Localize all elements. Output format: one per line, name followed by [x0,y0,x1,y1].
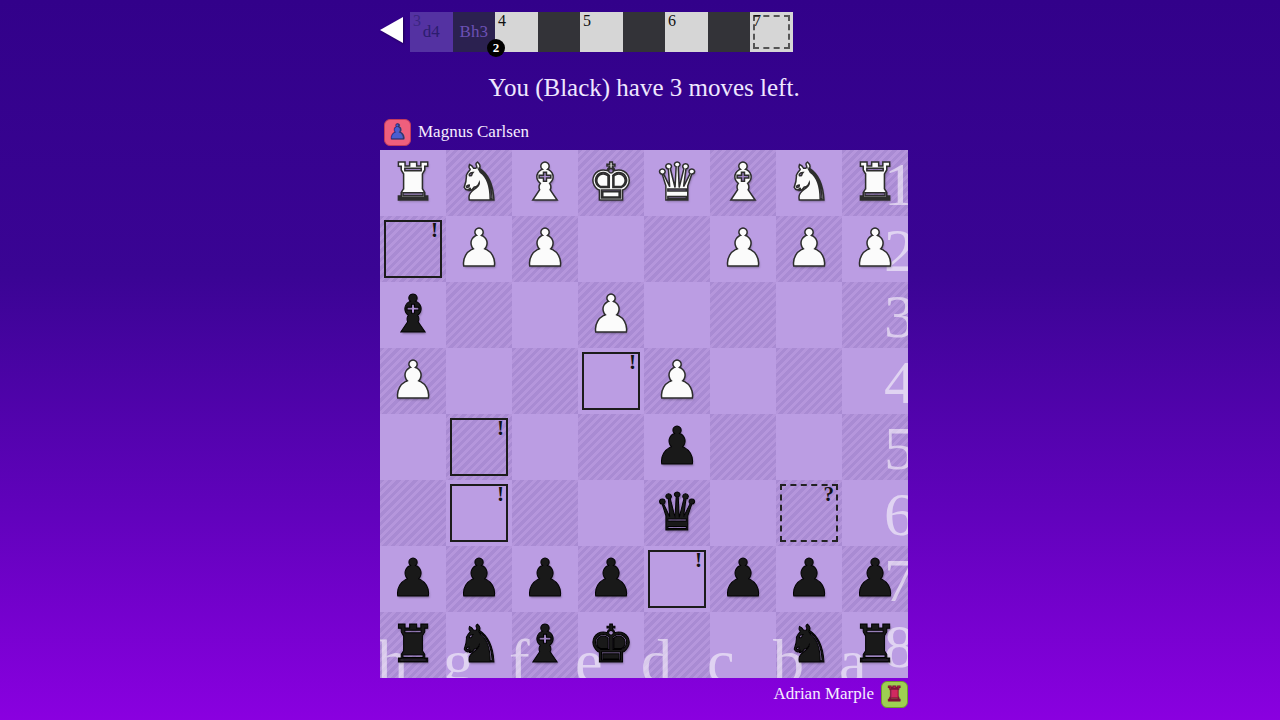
square-b4[interactable] [776,348,842,414]
square-h1[interactable]: ♜ [380,150,446,216]
square-g7[interactable]: ♟ [446,546,512,612]
square-c8[interactable] [710,612,776,678]
square-e6[interactable] [578,480,644,546]
white-knight-icon[interactable]: ♞ [446,150,512,216]
black-pawn-icon[interactable]: ♟ [644,414,710,480]
white-queen-icon[interactable]: ♛ [644,150,710,216]
move-cell-9[interactable]: 7 [750,12,793,52]
black-pawn-icon[interactable]: ♟ [776,546,842,612]
square-f7[interactable]: ♟ [512,546,578,612]
square-a1[interactable]: ♜ [842,150,908,216]
square-a4[interactable] [842,348,908,414]
square-b1[interactable]: ♞ [776,150,842,216]
move-cell-1[interactable]: 3d4 [410,12,453,52]
square-b8[interactable]: ♞ [776,612,842,678]
square-a2[interactable]: ♟ [842,216,908,282]
square-d3[interactable] [644,282,710,348]
square-g4[interactable] [446,348,512,414]
square-h6[interactable] [380,480,446,546]
square-h8[interactable]: ♜ [380,612,446,678]
white-pawn-icon[interactable]: ♟ [578,282,644,348]
square-h4[interactable]: ♟ [380,348,446,414]
black-pawn-icon[interactable]: ♟ [380,546,446,612]
black-pawn-icon[interactable]: ♟ [512,546,578,612]
square-e1[interactable]: ♚ [578,150,644,216]
square-h2[interactable] [380,216,446,282]
white-king-icon[interactable]: ♚ [578,150,644,216]
move-cell-4[interactable] [538,12,581,52]
square-e8[interactable]: ♚ [578,612,644,678]
black-rook-icon[interactable]: ♜ [842,612,908,678]
move-count-badge: 2 [487,39,505,57]
square-f3[interactable] [512,282,578,348]
square-f8[interactable]: ♝ [512,612,578,678]
red-rook-icon: ♜ [885,684,904,705]
black-king-icon[interactable]: ♚ [578,612,644,678]
move-number: 6 [668,12,676,29]
square-e3[interactable]: ♟ [578,282,644,348]
square-a3[interactable] [842,282,908,348]
square-d1[interactable]: ♛ [644,150,710,216]
square-f1[interactable]: ♝ [512,150,578,216]
white-bishop-icon[interactable]: ♝ [710,150,776,216]
square-f4[interactable] [512,348,578,414]
square-c1[interactable]: ♝ [710,150,776,216]
square-h3[interactable]: ♝ [380,282,446,348]
black-bishop-icon[interactable]: ♝ [380,282,446,348]
square-g2[interactable]: ♟ [446,216,512,282]
square-d4[interactable]: ♟ [644,348,710,414]
square-d5[interactable]: ♟ [644,414,710,480]
square-h7[interactable]: ♟ [380,546,446,612]
black-knight-icon[interactable]: ♞ [446,612,512,678]
square-c3[interactable] [710,282,776,348]
square-b2[interactable]: ♟ [776,216,842,282]
black-pawn-icon[interactable]: ♟ [446,546,512,612]
player-top-name: Magnus Carlsen [418,122,529,142]
black-queen-icon[interactable]: ♛ [644,480,710,546]
square-c5[interactable] [710,414,776,480]
move-cell-7[interactable]: 6 [665,12,708,52]
square-c7[interactable]: ♟ [710,546,776,612]
white-pawn-icon[interactable]: ♟ [380,348,446,414]
square-b7[interactable]: ♟ [776,546,842,612]
square-a8[interactable]: ♜ [842,612,908,678]
app-background: { "game": "chess", "status_text": "You (… [0,0,1280,720]
player-top-avatar: ♟ [384,119,411,146]
white-pawn-icon[interactable]: ♟ [710,216,776,282]
square-g5[interactable] [446,414,512,480]
square-g3[interactable] [446,282,512,348]
move-number: 7 [753,12,761,29]
black-pawn-icon[interactable]: ♟ [578,546,644,612]
player-bottom: Adrian Marple ♜ [773,680,908,708]
square-c4[interactable] [710,348,776,414]
black-knight-icon[interactable]: ♞ [776,612,842,678]
back-button[interactable] [380,17,406,45]
move-cell-5[interactable]: 5 [580,12,623,52]
white-pawn-icon[interactable]: ♟ [512,216,578,282]
square-b6[interactable] [776,480,842,546]
square-e5[interactable] [578,414,644,480]
square-d6[interactable]: ♛ [644,480,710,546]
move-list: 3d4Bh34567 [410,12,793,52]
square-b3[interactable] [776,282,842,348]
square-e2[interactable] [578,216,644,282]
black-rook-icon[interactable]: ♜ [380,612,446,678]
square-b5[interactable] [776,414,842,480]
white-pawn-icon[interactable]: ♟ [644,348,710,414]
square-d7[interactable] [644,546,710,612]
player-bottom-name: Adrian Marple [773,684,874,704]
white-knight-icon[interactable]: ♞ [776,150,842,216]
black-bishop-icon[interactable]: ♝ [512,612,578,678]
move-san-label: d4 [410,12,453,52]
square-d2[interactable] [644,216,710,282]
white-bishop-icon[interactable]: ♝ [512,150,578,216]
square-g1[interactable]: ♞ [446,150,512,216]
white-rook-icon[interactable]: ♜ [380,150,446,216]
square-a5[interactable] [842,414,908,480]
white-pawn-icon[interactable]: ♟ [446,216,512,282]
square-a7[interactable]: ♟ [842,546,908,612]
square-f5[interactable] [512,414,578,480]
move-strip: 3d4Bh34567 2 [0,0,1280,60]
white-pawn-icon[interactable]: ♟ [776,216,842,282]
black-pawn-icon[interactable]: ♟ [842,546,908,612]
chess-board: ♜♞♝♚♛♝♞♜♟♟♟♟♟♝♟♟♟♟♛♟♟♟♟♟♟♟♜♞♝♚♞♜12345678… [380,150,908,678]
player-top: ♟ Magnus Carlsen [384,118,529,146]
square-f6[interactable] [512,480,578,546]
back-arrow-icon [380,17,403,43]
player-bottom-avatar: ♜ [881,681,908,708]
status-message: You (Black) have 3 moves left. [380,74,908,102]
square-c2[interactable]: ♟ [710,216,776,282]
white-rook-icon[interactable]: ♜ [842,150,908,216]
square-e4[interactable] [578,348,644,414]
square-h5[interactable] [380,414,446,480]
square-a6[interactable] [842,480,908,546]
move-cell-6[interactable] [623,12,666,52]
blue-pawn-icon: ♟ [388,122,407,143]
move-cell-8[interactable] [708,12,751,52]
square-e7[interactable]: ♟ [578,546,644,612]
square-c6[interactable] [710,480,776,546]
square-g6[interactable] [446,480,512,546]
move-number: 4 [498,12,506,29]
square-d8[interactable] [644,612,710,678]
square-f2[interactable]: ♟ [512,216,578,282]
square-g8[interactable]: ♞ [446,612,512,678]
white-pawn-icon[interactable]: ♟ [842,216,908,282]
black-pawn-icon[interactable]: ♟ [710,546,776,612]
move-number: 5 [583,12,591,29]
